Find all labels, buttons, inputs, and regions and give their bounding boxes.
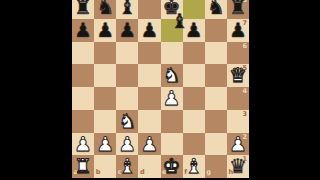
- square-c4[interactable]: [116, 87, 138, 110]
- white-bishop-f1[interactable]: ♝: [183, 155, 205, 178]
- square-f2[interactable]: [183, 133, 205, 156]
- white-pawn-b2[interactable]: ♟: [94, 133, 116, 156]
- file-label-d: d: [140, 169, 145, 176]
- square-b6[interactable]: [94, 42, 116, 65]
- square-g6[interactable]: [205, 42, 227, 65]
- square-g4[interactable]: [205, 87, 227, 110]
- black-pawn-b7[interactable]: ♟: [94, 19, 116, 42]
- white-knight-c3[interactable]: ♞: [116, 110, 138, 133]
- square-d6[interactable]: [138, 42, 160, 65]
- square-g7[interactable]: [205, 19, 227, 42]
- chess-board[interactable]: 87654321abcdefgh♜♞♝♚♞♜♟♟♟♟♝♟♟♞♛♟♞♟♟♟♟♟♜♝…: [72, 0, 249, 178]
- letterbox-right: [248, 0, 320, 180]
- black-knight-b8[interactable]: ♞: [94, 0, 116, 19]
- square-a5[interactable]: [72, 64, 94, 87]
- square-d8[interactable]: [138, 0, 160, 19]
- white-pawn-e4[interactable]: ♟: [161, 87, 183, 110]
- white-king-e1[interactable]: ♚: [161, 155, 183, 178]
- black-pawn-f7[interactable]: ♟: [183, 19, 205, 42]
- white-pawn-a2[interactable]: ♟: [72, 133, 94, 156]
- square-d3[interactable]: [138, 110, 160, 133]
- rank-label-4: 4: [242, 88, 247, 95]
- square-f5[interactable]: [183, 64, 205, 87]
- white-pawn-h2[interactable]: ♟: [227, 133, 249, 156]
- white-pawn-c2[interactable]: ♟: [116, 133, 138, 156]
- black-pawn-c7[interactable]: ♟: [116, 19, 138, 42]
- square-b5[interactable]: [94, 64, 116, 87]
- square-d5[interactable]: [138, 64, 160, 87]
- black-queen-h1[interactable]: ♛: [227, 155, 249, 178]
- square-e2[interactable]: [161, 133, 183, 156]
- square-e3[interactable]: [161, 110, 183, 133]
- file-label-b: b: [96, 169, 101, 176]
- rank-label-6: 6: [242, 43, 247, 50]
- square-e6[interactable]: [161, 42, 183, 65]
- black-rook-h8[interactable]: ♜: [227, 0, 249, 19]
- white-queen-h5[interactable]: ♛: [227, 64, 249, 87]
- square-c5[interactable]: [116, 64, 138, 87]
- square-a3[interactable]: [72, 110, 94, 133]
- black-bishop-c8[interactable]: ♝: [116, 0, 138, 19]
- black-rook-a8[interactable]: ♜: [72, 0, 94, 19]
- square-a6[interactable]: [72, 42, 94, 65]
- white-knight-e5[interactable]: ♞: [161, 64, 183, 87]
- square-d4[interactable]: [138, 87, 160, 110]
- letterbox-left: [0, 0, 72, 180]
- square-g2[interactable]: [205, 133, 227, 156]
- square-c6[interactable]: [116, 42, 138, 65]
- square-f3[interactable]: [183, 110, 205, 133]
- square-g5[interactable]: [205, 64, 227, 87]
- square-b4[interactable]: [94, 87, 116, 110]
- black-pawn-h7[interactable]: ♟: [227, 19, 249, 42]
- square-g3[interactable]: [205, 110, 227, 133]
- white-bishop-c1[interactable]: ♝: [116, 155, 138, 178]
- black-pawn-d7[interactable]: ♟: [138, 19, 160, 42]
- rank-label-3: 3: [242, 111, 247, 118]
- white-rook-a1[interactable]: ♜: [72, 155, 94, 178]
- square-f4[interactable]: [183, 87, 205, 110]
- white-pawn-d2[interactable]: ♟: [138, 133, 160, 156]
- file-label-g: g: [206, 169, 211, 176]
- black-pawn-a7[interactable]: ♟: [72, 19, 94, 42]
- video-frame: 87654321abcdefgh♜♞♝♚♞♜♟♟♟♟♝♟♟♞♛♟♞♟♟♟♟♟♜♝…: [0, 0, 320, 180]
- black-knight-g8[interactable]: ♞: [205, 0, 227, 19]
- square-b3[interactable]: [94, 110, 116, 133]
- square-f6[interactable]: [183, 42, 205, 65]
- square-a4[interactable]: [72, 87, 94, 110]
